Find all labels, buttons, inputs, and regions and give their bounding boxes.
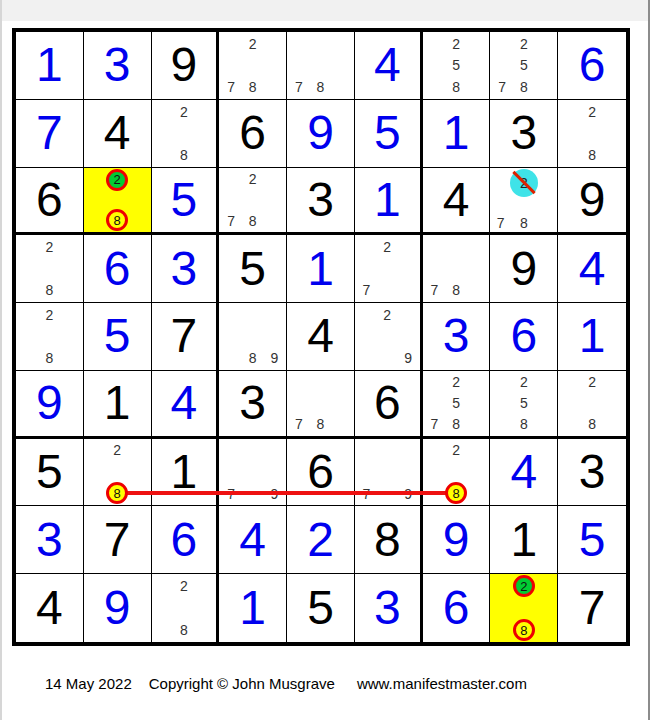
circled-candidate-8: 8 <box>445 482 467 504</box>
given-digit: 5 <box>219 235 286 302</box>
footer-date: 14 May 2022 <box>45 675 132 692</box>
cell-r3c6[interactable]: 1 <box>355 168 423 236</box>
candidate-5: 5 <box>445 393 467 414</box>
cell-r3c7[interactable]: 4 <box>423 168 491 236</box>
candidate-2: 2 <box>242 33 264 55</box>
cell-r3c8[interactable]: 278 <box>490 168 558 236</box>
candidates: 28 <box>153 575 216 641</box>
given-digit: 7 <box>152 303 217 370</box>
cell-r1c5[interactable]: 78 <box>287 32 355 100</box>
cell-r6c1[interactable]: 9 <box>16 371 84 439</box>
cell-r1c1[interactable]: 1 <box>16 32 84 100</box>
cell-r4c9[interactable]: 4 <box>558 235 626 303</box>
candidate-8: 8 <box>310 414 332 435</box>
cell-r5c3[interactable]: 7 <box>152 303 220 371</box>
solved-digit: 5 <box>355 100 420 167</box>
cell-r3c4[interactable]: 278 <box>219 168 287 236</box>
given-digit: 3 <box>558 439 626 506</box>
candidate-2: 2 <box>445 440 467 461</box>
candidate-9: 9 <box>264 347 286 369</box>
solved-digit: 1 <box>16 32 83 99</box>
cell-r6c9[interactable]: 28 <box>558 371 626 439</box>
cell-r9c9[interactable]: 7 <box>558 574 626 642</box>
cell-r6c2[interactable]: 1 <box>84 371 152 439</box>
solved-digit: 3 <box>152 235 217 302</box>
candidate-8: 8 <box>242 347 264 369</box>
candidates: 28 <box>17 304 82 369</box>
cell-r2c4[interactable]: 6 <box>219 100 287 168</box>
candidate-7: 7 <box>424 414 446 435</box>
solved-digit: 5 <box>558 506 626 573</box>
given-digit: 9 <box>490 235 557 302</box>
candidate-pos: 2 <box>106 169 128 191</box>
cell-r8c5[interactable]: 2 <box>287 506 355 574</box>
given-digit: 8 <box>355 506 420 573</box>
given-digit: 4 <box>84 100 151 167</box>
cell-r7c6[interactable]: 79 <box>355 439 423 507</box>
cell-r9c2[interactable]: 9 <box>84 574 152 642</box>
cell-r6c8[interactable]: 258 <box>490 371 558 439</box>
cell-r7c1[interactable]: 5 <box>16 439 84 507</box>
footer-copyright: Copyright © John Musgrave <box>149 675 335 692</box>
cell-r7c2[interactable]: 28 <box>84 439 152 507</box>
cell-r7c9[interactable]: 3 <box>558 439 626 507</box>
candidates: 28 <box>17 236 82 301</box>
given-digit: 6 <box>219 100 286 167</box>
candidate-pos: 8 <box>445 482 467 504</box>
candidate-7: 7 <box>424 280 446 302</box>
cell-r5c7[interactable]: 3 <box>423 303 491 371</box>
candidate-2: 2 <box>377 236 398 258</box>
candidates: 258 <box>491 372 556 435</box>
cell-r8c4[interactable]: 4 <box>219 506 287 574</box>
cell-r4c1[interactable]: 28 <box>16 235 84 303</box>
cell-r5c9[interactable]: 1 <box>558 303 626 371</box>
solved-digit: 4 <box>219 506 286 573</box>
solved-digit: 7 <box>16 100 83 167</box>
solved-digit: 1 <box>558 303 626 370</box>
cell-r4c5[interactable]: 1 <box>287 235 355 303</box>
candidates: 27 <box>356 236 419 301</box>
cell-r5c8[interactable]: 6 <box>490 303 558 371</box>
candidate-pos: 2 <box>513 575 535 597</box>
cell-r8c3[interactable]: 6 <box>152 506 220 574</box>
cell-r1c9[interactable]: 6 <box>558 32 626 100</box>
cell-r4c3[interactable]: 3 <box>152 235 220 303</box>
candidate-2: 2 <box>173 575 194 597</box>
solved-digit: 3 <box>423 303 490 370</box>
cell-r4c7[interactable]: 78 <box>423 235 491 303</box>
cell-r2c7[interactable]: 1 <box>423 100 491 168</box>
given-digit: 6 <box>355 371 420 436</box>
given-digit: 4 <box>287 303 354 370</box>
given-digit: 7 <box>558 574 626 642</box>
solved-digit: 4 <box>558 235 626 302</box>
candidates: 2578 <box>491 33 556 98</box>
candidate-2: 2 <box>445 33 467 55</box>
given-digit: 1 <box>490 506 557 573</box>
solved-digit: 9 <box>84 574 151 642</box>
solved-digit: 1 <box>423 100 490 167</box>
solved-digit: 4 <box>152 371 217 436</box>
cell-r4c6[interactable]: 27 <box>355 235 423 303</box>
cell-r8c2[interactable]: 7 <box>84 506 152 574</box>
cell-r3c5[interactable]: 3 <box>287 168 355 236</box>
footer-url: www.manifestmaster.com <box>357 675 527 692</box>
cell-r9c7[interactable]: 6 <box>423 574 491 642</box>
candidate-2: 2 <box>39 304 61 326</box>
solved-digit: 3 <box>16 506 83 573</box>
cell-r1c8[interactable]: 2578 <box>490 32 558 100</box>
cell-r7c4[interactable]: 79 <box>219 439 287 507</box>
strong-link-line <box>117 491 456 495</box>
candidate-8: 8 <box>39 347 61 369</box>
eliminated-candidate-2: 2 <box>510 169 538 197</box>
cell-r4c4[interactable]: 5 <box>219 235 287 303</box>
window-top-strip <box>0 0 650 21</box>
candidate-2: 2 <box>581 372 603 393</box>
cell-r7c5[interactable]: 6 <box>287 439 355 507</box>
solved-digit: 5 <box>84 303 151 370</box>
candidate-8: 8 <box>39 280 61 302</box>
candidate-pos: 8 <box>513 619 535 641</box>
candidate-8: 8 <box>445 414 467 435</box>
candidate-2: 2 <box>581 101 603 123</box>
grid-wrap: 1392787842582578674286951328628527831427… <box>12 28 630 646</box>
given-digit: 9 <box>152 32 217 99</box>
circled-candidate-8: 8 <box>106 482 128 504</box>
cell-r2c6[interactable]: 5 <box>355 100 423 168</box>
cell-r2c1[interactable]: 7 <box>16 100 84 168</box>
candidates: 28 <box>491 575 556 641</box>
cell-r2c2[interactable]: 4 <box>84 100 152 168</box>
cell-r7c8[interactable]: 4 <box>490 439 558 507</box>
cell-r6c3[interactable]: 4 <box>152 371 220 439</box>
circled-candidate-8: 8 <box>106 209 128 231</box>
given-digit: 3 <box>490 100 557 167</box>
cell-r9c6[interactable]: 3 <box>355 574 423 642</box>
given-digit: 1 <box>84 371 151 436</box>
cell-r1c2[interactable]: 3 <box>84 32 152 100</box>
given-digit: 9 <box>558 168 626 233</box>
candidate-2: 2 <box>513 33 535 55</box>
candidates: 278 <box>491 169 556 232</box>
candidate-2: 2 <box>513 372 535 393</box>
candidates: 278 <box>220 169 285 232</box>
candidates: 28 <box>85 169 150 232</box>
window-left-edge <box>0 0 2 720</box>
candidate-8: 8 <box>173 619 194 641</box>
cell-r3c3[interactable]: 5 <box>152 168 220 236</box>
circled-candidate-2: 2 <box>513 575 535 597</box>
candidate-7: 7 <box>356 280 377 302</box>
cell-r2c8[interactable]: 3 <box>490 100 558 168</box>
sudoku-grid: 1392787842582578674286951328628527831427… <box>12 28 630 646</box>
cell-r9c8[interactable]: 28 <box>490 574 558 642</box>
cell-r7c7[interactable]: 28 <box>423 439 491 507</box>
cell-r8c6[interactable]: 8 <box>355 506 423 574</box>
candidates: 28 <box>559 372 625 435</box>
given-digit: 3 <box>287 168 354 233</box>
cell-r3c1[interactable]: 6 <box>16 168 84 236</box>
cell-r1c3[interactable]: 9 <box>152 32 220 100</box>
cell-r4c2[interactable]: 6 <box>84 235 152 303</box>
candidate-8: 8 <box>173 144 194 166</box>
solved-digit: 6 <box>490 303 557 370</box>
given-digit: 4 <box>16 574 83 642</box>
candidate-2: 2 <box>242 169 264 190</box>
candidate-2: 2 <box>106 440 128 461</box>
candidates: 258 <box>424 33 489 98</box>
solved-digit: 2 <box>287 506 354 573</box>
solved-digit: 6 <box>423 574 490 642</box>
candidates: 28 <box>153 101 216 166</box>
solved-digit: 3 <box>355 574 420 642</box>
candidate-8: 8 <box>513 414 535 435</box>
cell-r8c8[interactable]: 1 <box>490 506 558 574</box>
cell-r9c4[interactable]: 1 <box>219 574 287 642</box>
candidate-pos: 8 <box>106 482 128 504</box>
cell-r5c1[interactable]: 28 <box>16 303 84 371</box>
solved-digit: 1 <box>355 168 420 233</box>
solved-digit: 9 <box>16 371 83 436</box>
cell-r8c7[interactable]: 9 <box>423 506 491 574</box>
cell-r1c4[interactable]: 278 <box>219 32 287 100</box>
cell-r3c9[interactable]: 9 <box>558 168 626 236</box>
cell-r5c4[interactable]: 89 <box>219 303 287 371</box>
candidates: 278 <box>220 33 285 98</box>
candidate-7: 7 <box>220 76 242 98</box>
candidate-8: 8 <box>242 76 264 98</box>
candidate-2: 2 <box>377 304 398 326</box>
solved-digit: 1 <box>287 235 354 302</box>
given-digit: 3 <box>219 371 286 436</box>
solved-digit: 9 <box>423 506 490 573</box>
cell-r1c7[interactable]: 258 <box>423 32 491 100</box>
cell-r6c4[interactable]: 3 <box>219 371 287 439</box>
cell-r6c5[interactable]: 78 <box>287 371 355 439</box>
candidate-8: 8 <box>445 76 467 98</box>
cell-r5c6[interactable]: 29 <box>355 303 423 371</box>
cell-r2c5[interactable]: 9 <box>287 100 355 168</box>
cell-r9c1[interactable]: 4 <box>16 574 84 642</box>
cell-r1c6[interactable]: 4 <box>355 32 423 100</box>
cell-r7c3[interactable]: 1 <box>152 439 220 507</box>
candidate-8: 8 <box>310 76 332 98</box>
candidate-7: 7 <box>288 414 310 435</box>
cell-r2c3[interactable]: 28 <box>152 100 220 168</box>
candidate-5: 5 <box>513 55 535 77</box>
cell-r8c9[interactable]: 5 <box>558 506 626 574</box>
candidate-7: 7 <box>491 214 509 231</box>
candidate-2: 2 <box>445 372 467 393</box>
solved-digit: 1 <box>219 574 286 642</box>
cell-r5c5[interactable]: 4 <box>287 303 355 371</box>
candidate-8: 8 <box>513 76 535 98</box>
candidate-7: 7 <box>288 76 310 98</box>
candidates: 29 <box>356 304 419 369</box>
candidates: 78 <box>288 33 353 98</box>
solved-digit: 4 <box>490 439 557 506</box>
candidate-5: 5 <box>445 55 467 77</box>
cell-r9c5[interactable]: 5 <box>287 574 355 642</box>
candidate-pos: 8 <box>106 209 128 231</box>
cell-r6c6[interactable]: 6 <box>355 371 423 439</box>
given-digit: 6 <box>16 168 83 233</box>
candidates: 78 <box>424 236 489 301</box>
solved-digit: 5 <box>152 168 217 233</box>
candidate-2: 2 <box>173 101 194 123</box>
cell-r4c8[interactable]: 9 <box>490 235 558 303</box>
candidate-pos: 2 <box>510 169 538 197</box>
given-digit: 5 <box>16 439 83 506</box>
solved-digit: 6 <box>84 235 151 302</box>
cell-r2c9[interactable]: 28 <box>558 100 626 168</box>
candidate-8: 8 <box>581 414 603 435</box>
cell-r5c2[interactable]: 5 <box>84 303 152 371</box>
footer: 14 May 2022 Copyright © John Musgrave ww… <box>45 675 527 692</box>
given-digit: 7 <box>84 506 151 573</box>
cell-r3c2[interactable]: 28 <box>84 168 152 236</box>
circled-candidate-8: 8 <box>513 619 535 641</box>
circled-candidate-2: 2 <box>106 169 128 191</box>
candidate-7: 7 <box>491 76 513 98</box>
candidate-7: 7 <box>220 210 242 231</box>
candidates: 78 <box>288 372 353 435</box>
solved-digit: 4 <box>355 32 420 99</box>
given-digit: 5 <box>287 574 354 642</box>
cell-r6c7[interactable]: 2578 <box>423 371 491 439</box>
candidate-8: 8 <box>445 280 467 302</box>
candidate-5: 5 <box>513 393 535 414</box>
solved-digit: 6 <box>152 506 217 573</box>
cell-r9c3[interactable]: 28 <box>152 574 220 642</box>
solved-digit: 9 <box>287 100 354 167</box>
candidates: 28 <box>559 101 625 166</box>
candidate-8: 8 <box>510 214 538 231</box>
candidate-9: 9 <box>398 347 419 369</box>
given-digit: 4 <box>423 168 490 233</box>
cell-r8c1[interactable]: 3 <box>16 506 84 574</box>
candidate-8: 8 <box>242 210 264 231</box>
solved-digit: 3 <box>84 32 151 99</box>
candidates: 89 <box>220 304 285 369</box>
candidates: 2578 <box>424 372 489 435</box>
candidate-2: 2 <box>39 236 61 258</box>
candidate-8: 8 <box>581 144 603 166</box>
solved-digit: 6 <box>558 32 626 99</box>
